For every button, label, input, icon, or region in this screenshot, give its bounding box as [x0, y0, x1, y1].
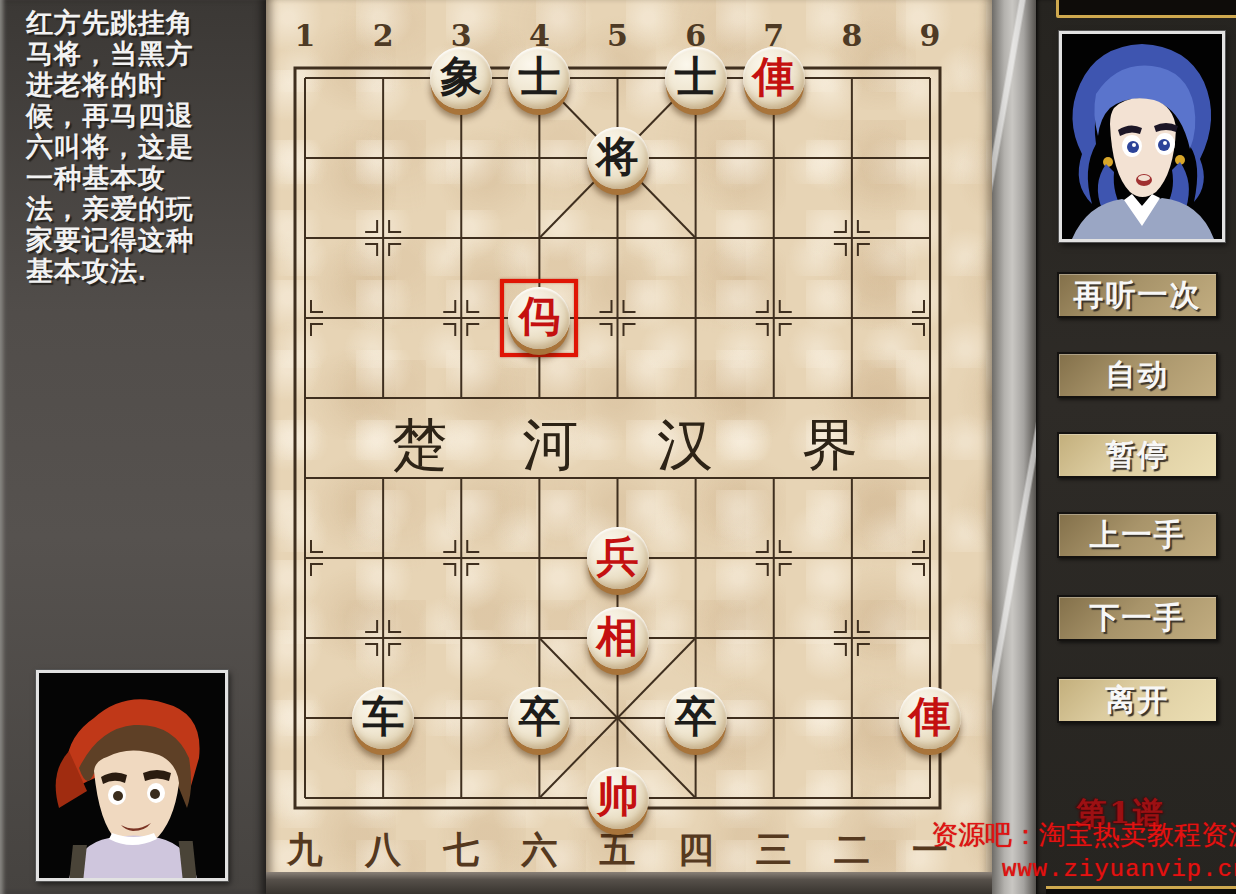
file-label-bottom: 八 [365, 826, 401, 875]
file-label-bottom: 三 [756, 826, 792, 875]
piece-glyph: 㐷 [518, 296, 560, 338]
lesson-text-line: 六叫将，这是 [26, 132, 258, 163]
piece-glyph: 象 [440, 56, 482, 98]
piece-glyph: 卒 [518, 696, 560, 738]
piece-glyph: 帅 [597, 776, 639, 818]
lesson-text-line: 家要记得这种 [26, 225, 258, 256]
previous-move-button[interactable]: 上一手 [1057, 512, 1218, 558]
file-label-bottom: 七 [443, 826, 479, 875]
file-label-top: 8 [841, 18, 862, 53]
file-label-bottom: 五 [600, 826, 636, 875]
replay-button[interactable]: 再听一次 [1057, 272, 1218, 318]
lesson-text-line: 马将，当黑方 [26, 39, 258, 70]
lesson-text-line: 红方先跳挂角 [26, 8, 258, 39]
piece-glyph: 俥 [753, 56, 795, 98]
piece-red-elephant[interactable]: 相 [587, 607, 649, 669]
piece-glyph: 车 [362, 696, 404, 738]
board-bottom-edge [266, 872, 992, 894]
lesson-text: 红方先跳挂角马将，当黑方进老将的时候，再马四退六叫将，这是一种基本攻法，亲爱的玩… [26, 8, 258, 287]
lesson-text-line: 法，亲爱的玩 [26, 194, 258, 225]
file-label-bottom: 六 [521, 826, 557, 875]
river-text: 界 [802, 408, 858, 484]
river-text: 楚 [392, 408, 448, 484]
piece-black-elephant[interactable]: 象 [430, 47, 492, 109]
marble-divider [992, 0, 1036, 894]
leave-button[interactable]: 离开 [1057, 677, 1218, 723]
piece-glyph: 相 [597, 616, 639, 658]
watermark-url: www.ziyuanvip.cn [1002, 856, 1236, 883]
file-label-bottom: 二 [834, 826, 870, 875]
file-label-bottom: 九 [287, 826, 323, 875]
auto-button[interactable]: 自动 [1057, 352, 1218, 398]
next-move-button[interactable]: 下一手 [1057, 595, 1218, 641]
woman-portrait-image [1062, 34, 1222, 239]
piece-red-horse[interactable]: 㐷 [508, 287, 570, 349]
watermark-text: 资源吧：淘宝热卖教程资源 [931, 817, 1236, 853]
piece-black-soldier[interactable]: 卒 [665, 687, 727, 749]
red-player-portrait [36, 670, 228, 881]
file-label-top: 5 [607, 18, 628, 53]
piece-black-general[interactable]: 将 [587, 127, 649, 189]
panel-bottom-trim [1046, 886, 1236, 894]
file-label-top: 1 [295, 18, 316, 53]
xiangqi-app-window: 红方先跳挂角马将，当黑方进老将的时候，再马四退六叫将，这是一种基本攻法，亲爱的玩… [0, 0, 1236, 894]
lesson-text-line: 候，再马四退 [26, 101, 258, 132]
river-text: 河 [522, 408, 578, 484]
pause-button[interactable]: 暂停 [1057, 432, 1218, 478]
piece-red-chariot[interactable]: 俥 [899, 687, 961, 749]
lesson-text-line: 进老将的时 [26, 70, 258, 101]
lesson-text-line: 基本攻法. [26, 256, 258, 287]
river-text: 汉 [657, 408, 713, 484]
file-label-bottom: 四 [678, 826, 714, 875]
piece-red-general[interactable]: 帅 [587, 767, 649, 829]
lesson-sidebar: 红方先跳挂角马将，当黑方进老将的时候，再马四退六叫将，这是一种基本攻法，亲爱的玩… [0, 0, 266, 894]
piece-glyph: 士 [518, 56, 560, 98]
panel-top-trim [1056, 0, 1236, 18]
piece-black-advisor[interactable]: 士 [508, 47, 570, 109]
piece-black-soldier[interactable]: 卒 [508, 687, 570, 749]
file-label-bottom: 一 [912, 826, 948, 875]
piece-red-soldier[interactable]: 兵 [587, 527, 649, 589]
piece-glyph: 士 [675, 56, 717, 98]
piece-glyph: 兵 [597, 536, 639, 578]
piece-glyph: 将 [597, 136, 639, 178]
piece-glyph: 俥 [909, 696, 951, 738]
file-label-top: 9 [920, 18, 941, 53]
piece-black-advisor[interactable]: 士 [665, 47, 727, 109]
black-player-portrait [1059, 31, 1225, 242]
piece-glyph: 卒 [675, 696, 717, 738]
boy-portrait-image [39, 673, 225, 878]
file-label-top: 2 [373, 18, 394, 53]
lesson-text-line: 一种基本攻 [26, 163, 258, 194]
piece-black-chariot[interactable]: 车 [352, 687, 414, 749]
piece-red-chariot[interactable]: 俥 [743, 47, 805, 109]
